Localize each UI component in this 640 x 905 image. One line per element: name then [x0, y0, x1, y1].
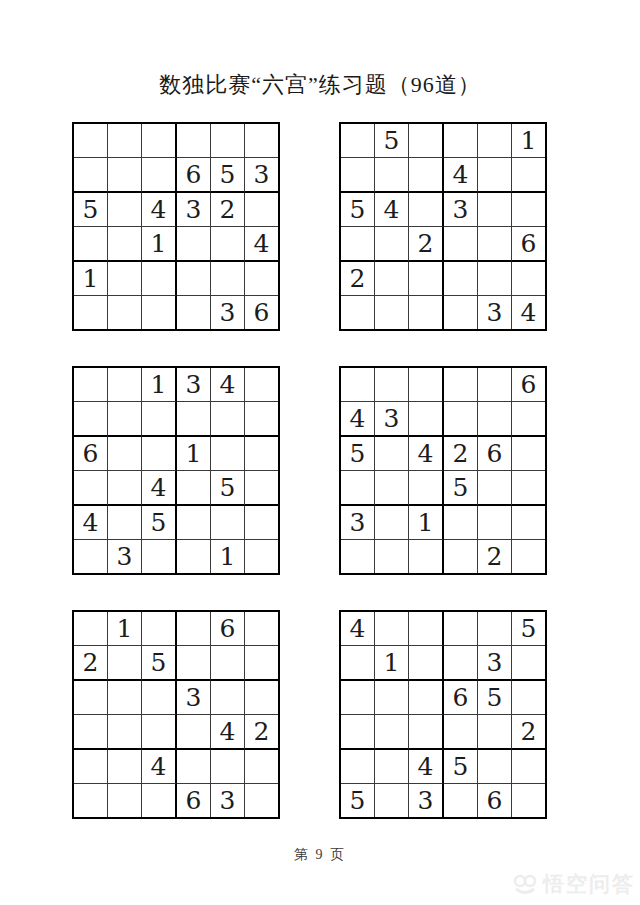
p1-cell-r2c5: 5 — [211, 158, 245, 193]
p2-cell-r3c6 — [512, 193, 545, 227]
p2-cell-r4c1 — [341, 227, 375, 262]
p4-cell-r4c5 — [478, 471, 512, 506]
p1-cell-r1c3 — [142, 124, 177, 158]
p3-cell-r6c6 — [245, 540, 278, 573]
p3-cell-r3c2 — [108, 437, 142, 471]
p3-cell-r4c1 — [74, 471, 108, 506]
p3-cell-r1c5: 4 — [211, 368, 245, 402]
p6-cell-r3c1 — [341, 681, 375, 715]
p3-cell-r6c5: 1 — [211, 540, 245, 573]
p6-cell-r3c4: 6 — [444, 681, 478, 715]
p1-cell-r2c2 — [108, 158, 142, 193]
p4-cell-r2c1: 4 — [341, 402, 375, 437]
p4-cell-r1c6: 6 — [512, 368, 545, 402]
p2-cell-r1c3 — [409, 124, 444, 158]
p1-cell-r4c3: 1 — [142, 227, 177, 262]
p6-cell-r5c2 — [375, 750, 409, 784]
p6-cell-r5c5 — [478, 750, 512, 784]
p5-cell-r6c1 — [74, 784, 108, 817]
p1-cell-r4c5 — [211, 227, 245, 262]
p4-cell-r4c1 — [341, 471, 375, 506]
p1-cell-r6c1 — [74, 296, 108, 329]
p6-cell-r1c3 — [409, 612, 444, 646]
p4-cell-r1c1 — [341, 368, 375, 402]
p5-cell-r4c4 — [177, 715, 211, 750]
p2-cell-r1c5 — [478, 124, 512, 158]
p6-cell-r4c6: 2 — [512, 715, 545, 750]
p2-cell-r2c5 — [478, 158, 512, 193]
p1-cell-r3c3: 4 — [142, 193, 177, 227]
p4-cell-r2c5 — [478, 402, 512, 437]
p1-cell-r3c2 — [108, 193, 142, 227]
p6-cell-r5c6 — [512, 750, 545, 784]
p1-cell-r5c4 — [177, 262, 211, 296]
p1-cell-r2c4: 6 — [177, 158, 211, 193]
p3-cell-r4c3: 4 — [142, 471, 177, 506]
p5-cell-r2c2 — [108, 646, 142, 681]
p2-cell-r4c3: 2 — [409, 227, 444, 262]
p4-cell-r1c2 — [375, 368, 409, 402]
p4-cell-r2c6 — [512, 402, 545, 437]
wukong-logo-icon — [512, 872, 538, 896]
p2-cell-r2c3 — [409, 158, 444, 193]
p4-cell-r3c4: 2 — [444, 437, 478, 471]
p4-cell-r5c2 — [375, 506, 409, 540]
p1-cell-r3c5: 2 — [211, 193, 245, 227]
p6-cell-r4c2 — [375, 715, 409, 750]
p3-cell-r2c5 — [211, 402, 245, 437]
p6-cell-r4c5 — [478, 715, 512, 750]
p3-cell-r5c3: 5 — [142, 506, 177, 540]
p5-cell-r1c5: 6 — [211, 612, 245, 646]
p4-cell-r5c5 — [478, 506, 512, 540]
p6-cell-r1c1: 4 — [341, 612, 375, 646]
p1-cell-r1c6 — [245, 124, 278, 158]
p2-cell-r2c6 — [512, 158, 545, 193]
p2-cell-r3c1: 5 — [341, 193, 375, 227]
p6-cell-r2c1 — [341, 646, 375, 681]
p1-cell-r4c6: 4 — [245, 227, 278, 262]
p5-cell-r3c6 — [245, 681, 278, 715]
p4-cell-r5c6 — [512, 506, 545, 540]
p3-cell-r5c4 — [177, 506, 211, 540]
puzzle-sheet: 653543214136 51454326234 13461454531 643… — [72, 122, 547, 819]
p5-cell-r1c6 — [245, 612, 278, 646]
p1-cell-r4c1 — [74, 227, 108, 262]
sudoku-grid-1: 653543214136 — [72, 122, 280, 331]
p2-cell-r4c4 — [444, 227, 478, 262]
p1-cell-r2c1 — [74, 158, 108, 193]
p2-cell-r6c6: 4 — [512, 296, 545, 329]
p4-cell-r6c1 — [341, 540, 375, 573]
p4-cell-r4c4: 5 — [444, 471, 478, 506]
p3-cell-r2c1 — [74, 402, 108, 437]
p1-cell-r2c3 — [142, 158, 177, 193]
p3-cell-r4c4 — [177, 471, 211, 506]
p2-cell-r6c3 — [409, 296, 444, 329]
p6-cell-r5c3: 4 — [409, 750, 444, 784]
sudoku-grid-4: 64354265312 — [339, 366, 547, 575]
p1-cell-r3c6 — [245, 193, 278, 227]
p3-cell-r3c5 — [211, 437, 245, 471]
p5-cell-r3c2 — [108, 681, 142, 715]
p4-cell-r6c4 — [444, 540, 478, 573]
p2-cell-r5c5 — [478, 262, 512, 296]
p2-cell-r1c1 — [341, 124, 375, 158]
p2-cell-r4c2 — [375, 227, 409, 262]
p2-cell-r3c5 — [478, 193, 512, 227]
p5-cell-r5c4 — [177, 750, 211, 784]
p3-cell-r5c6 — [245, 506, 278, 540]
p4-cell-r3c5: 6 — [478, 437, 512, 471]
p6-cell-r6c2 — [375, 784, 409, 817]
p6-cell-r1c6: 5 — [512, 612, 545, 646]
p4-cell-r4c3 — [409, 471, 444, 506]
p3-cell-r3c4: 1 — [177, 437, 211, 471]
p3-cell-r6c1 — [74, 540, 108, 573]
p2-cell-r2c1 — [341, 158, 375, 193]
p5-cell-r6c2 — [108, 784, 142, 817]
p6-cell-r3c6 — [512, 681, 545, 715]
p6-cell-r6c1: 5 — [341, 784, 375, 817]
p5-cell-r1c4 — [177, 612, 211, 646]
p1-cell-r6c4 — [177, 296, 211, 329]
p6-cell-r4c1 — [341, 715, 375, 750]
p5-cell-r2c4 — [177, 646, 211, 681]
p3-cell-r6c3 — [142, 540, 177, 573]
p1-cell-r6c3 — [142, 296, 177, 329]
p3-cell-r4c5: 5 — [211, 471, 245, 506]
p5-cell-r3c1 — [74, 681, 108, 715]
p6-cell-r2c2: 1 — [375, 646, 409, 681]
p1-cell-r6c2 — [108, 296, 142, 329]
sudoku-grid-3: 13461454531 — [72, 366, 280, 575]
p5-cell-r3c3 — [142, 681, 177, 715]
p1-cell-r1c5 — [211, 124, 245, 158]
p6-cell-r1c2 — [375, 612, 409, 646]
p4-cell-r4c6 — [512, 471, 545, 506]
p4-cell-r1c5 — [478, 368, 512, 402]
p1-cell-r1c4 — [177, 124, 211, 158]
p4-cell-r5c1: 3 — [341, 506, 375, 540]
p2-cell-r6c1 — [341, 296, 375, 329]
p3-cell-r3c1: 6 — [74, 437, 108, 471]
p4-cell-r3c3: 4 — [409, 437, 444, 471]
p2-cell-r6c4 — [444, 296, 478, 329]
sudoku-grid-6: 451365245536 — [339, 610, 547, 819]
p4-cell-r5c4 — [444, 506, 478, 540]
p4-cell-r2c4 — [444, 402, 478, 437]
p1-cell-r4c2 — [108, 227, 142, 262]
p1-cell-r5c1: 1 — [74, 262, 108, 296]
p6-cell-r4c3 — [409, 715, 444, 750]
p4-cell-r2c2: 3 — [375, 402, 409, 437]
p5-cell-r5c5 — [211, 750, 245, 784]
p2-cell-r3c4: 3 — [444, 193, 478, 227]
p3-cell-r3c3 — [142, 437, 177, 471]
p2-cell-r5c2 — [375, 262, 409, 296]
p2-cell-r6c5: 3 — [478, 296, 512, 329]
p5-cell-r2c1: 2 — [74, 646, 108, 681]
p2-cell-r3c3 — [409, 193, 444, 227]
p4-cell-r1c3 — [409, 368, 444, 402]
p5-cell-r3c4: 3 — [177, 681, 211, 715]
p2-cell-r5c3 — [409, 262, 444, 296]
p3-cell-r6c4 — [177, 540, 211, 573]
p1-cell-r5c2 — [108, 262, 142, 296]
p5-cell-r4c3 — [142, 715, 177, 750]
p6-cell-r2c3 — [409, 646, 444, 681]
p3-cell-r1c2 — [108, 368, 142, 402]
sudoku-grid-5: 1625342463 — [72, 610, 280, 819]
p1-cell-r5c3 — [142, 262, 177, 296]
p6-cell-r3c3 — [409, 681, 444, 715]
p2-cell-r6c2 — [375, 296, 409, 329]
p3-cell-r3c6 — [245, 437, 278, 471]
p2-cell-r4c6: 6 — [512, 227, 545, 262]
p6-cell-r2c4 — [444, 646, 478, 681]
p1-cell-r4c4 — [177, 227, 211, 262]
p6-cell-r6c4 — [444, 784, 478, 817]
p4-cell-r3c1: 5 — [341, 437, 375, 471]
p3-cell-r6c2: 3 — [108, 540, 142, 573]
p2-cell-r2c2 — [375, 158, 409, 193]
p6-cell-r6c6 — [512, 784, 545, 817]
p5-cell-r4c2 — [108, 715, 142, 750]
p6-cell-r5c1 — [341, 750, 375, 784]
p5-cell-r1c1 — [74, 612, 108, 646]
p3-cell-r5c2 — [108, 506, 142, 540]
p5-cell-r6c4: 6 — [177, 784, 211, 817]
p6-cell-r5c4: 5 — [444, 750, 478, 784]
p5-cell-r6c6 — [245, 784, 278, 817]
page-title: 数独比赛“六宫”练习题（96道） — [0, 0, 640, 100]
p3-cell-r2c4 — [177, 402, 211, 437]
p3-cell-r4c2 — [108, 471, 142, 506]
p3-cell-r1c6 — [245, 368, 278, 402]
p4-cell-r2c3 — [409, 402, 444, 437]
p2-cell-r5c4 — [444, 262, 478, 296]
p1-cell-r1c1 — [74, 124, 108, 158]
p6-cell-r4c4 — [444, 715, 478, 750]
p5-cell-r5c1 — [74, 750, 108, 784]
page-number: 第 9 页 — [0, 846, 640, 864]
p5-cell-r4c1 — [74, 715, 108, 750]
p6-cell-r2c5: 3 — [478, 646, 512, 681]
sudoku-grid-2: 51454326234 — [339, 122, 547, 331]
p1-cell-r3c4: 3 — [177, 193, 211, 227]
p2-cell-r4c5 — [478, 227, 512, 262]
p5-cell-r5c3: 4 — [142, 750, 177, 784]
p6-cell-r3c5: 5 — [478, 681, 512, 715]
p4-cell-r6c5: 2 — [478, 540, 512, 573]
p2-cell-r3c2: 4 — [375, 193, 409, 227]
p5-cell-r6c5: 3 — [211, 784, 245, 817]
p2-cell-r5c6 — [512, 262, 545, 296]
p4-cell-r4c2 — [375, 471, 409, 506]
p4-cell-r3c2 — [375, 437, 409, 471]
p3-cell-r1c4: 3 — [177, 368, 211, 402]
p2-cell-r1c2: 5 — [375, 124, 409, 158]
p1-cell-r5c6 — [245, 262, 278, 296]
p5-cell-r2c5 — [211, 646, 245, 681]
p6-cell-r6c5: 6 — [478, 784, 512, 817]
p1-cell-r6c6: 6 — [245, 296, 278, 329]
p5-cell-r1c2: 1 — [108, 612, 142, 646]
p4-cell-r6c2 — [375, 540, 409, 573]
p5-cell-r1c3 — [142, 612, 177, 646]
p3-cell-r1c1 — [74, 368, 108, 402]
p5-cell-r2c3: 5 — [142, 646, 177, 681]
p1-cell-r2c6: 3 — [245, 158, 278, 193]
p3-cell-r1c3: 1 — [142, 368, 177, 402]
p6-cell-r1c4 — [444, 612, 478, 646]
p3-cell-r2c2 — [108, 402, 142, 437]
p4-cell-r1c4 — [444, 368, 478, 402]
p5-cell-r3c5 — [211, 681, 245, 715]
p5-cell-r4c5: 4 — [211, 715, 245, 750]
p4-cell-r6c6 — [512, 540, 545, 573]
p6-cell-r1c5 — [478, 612, 512, 646]
p1-cell-r3c1: 5 — [74, 193, 108, 227]
p4-cell-r5c3: 1 — [409, 506, 444, 540]
p2-cell-r1c6: 1 — [512, 124, 545, 158]
p2-cell-r1c4 — [444, 124, 478, 158]
p5-cell-r5c6 — [245, 750, 278, 784]
p6-cell-r3c2 — [375, 681, 409, 715]
p3-cell-r5c5 — [211, 506, 245, 540]
p4-cell-r3c6 — [512, 437, 545, 471]
p6-cell-r2c6 — [512, 646, 545, 681]
p5-cell-r5c2 — [108, 750, 142, 784]
p3-cell-r4c6 — [245, 471, 278, 506]
p5-cell-r4c6: 2 — [245, 715, 278, 750]
p1-cell-r6c5: 3 — [211, 296, 245, 329]
p4-cell-r6c3 — [409, 540, 444, 573]
p3-cell-r2c3 — [142, 402, 177, 437]
p5-cell-r2c6 — [245, 646, 278, 681]
watermark-text: 悟空问答 — [543, 870, 635, 898]
p1-cell-r1c2 — [108, 124, 142, 158]
p2-cell-r2c4: 4 — [444, 158, 478, 193]
watermark: 悟空问答 — [512, 870, 635, 898]
p6-cell-r6c3: 3 — [409, 784, 444, 817]
p3-cell-r2c6 — [245, 402, 278, 437]
p5-cell-r6c3 — [142, 784, 177, 817]
p2-cell-r5c1: 2 — [341, 262, 375, 296]
p3-cell-r5c1: 4 — [74, 506, 108, 540]
p1-cell-r5c5 — [211, 262, 245, 296]
